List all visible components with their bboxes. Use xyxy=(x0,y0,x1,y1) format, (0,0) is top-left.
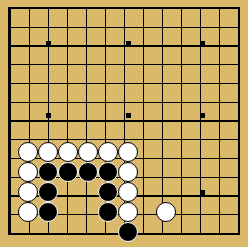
board-intersection[interactable] xyxy=(176,124,194,142)
board-intersection[interactable] xyxy=(212,17,230,35)
board-intersection[interactable] xyxy=(194,53,212,71)
board-intersection[interactable] xyxy=(38,88,58,106)
white-stone[interactable] xyxy=(18,142,38,162)
star-point xyxy=(46,113,51,118)
board-intersection[interactable] xyxy=(230,53,247,71)
board-intersection[interactable] xyxy=(176,106,194,124)
board-intersection[interactable] xyxy=(18,124,38,142)
board-intersection[interactable] xyxy=(138,162,156,182)
board-intersection[interactable] xyxy=(176,202,194,222)
board-intersection[interactable] xyxy=(18,142,38,162)
board-intersection[interactable] xyxy=(138,106,156,124)
board-intersection[interactable] xyxy=(194,17,212,35)
board-intersection[interactable] xyxy=(194,70,212,88)
board-intersection[interactable] xyxy=(118,202,138,222)
board-intersection[interactable] xyxy=(156,106,176,124)
board-intersection[interactable] xyxy=(18,106,38,124)
board-intersection[interactable] xyxy=(212,182,230,202)
board-intersection[interactable] xyxy=(78,142,98,162)
board-intersection[interactable] xyxy=(138,53,156,71)
white-stone[interactable] xyxy=(118,142,138,162)
board-intersection[interactable] xyxy=(78,35,98,53)
board-intersection[interactable] xyxy=(78,70,98,88)
board-intersection[interactable] xyxy=(118,142,138,162)
board-intersection[interactable] xyxy=(230,124,247,142)
board-intersection[interactable] xyxy=(18,162,38,182)
board-intersection[interactable] xyxy=(230,106,247,124)
black-stone[interactable] xyxy=(38,182,58,202)
board-intersection[interactable] xyxy=(1,53,19,71)
board-intersection[interactable] xyxy=(118,124,138,142)
board-intersection[interactable] xyxy=(98,124,118,142)
board-intersection[interactable] xyxy=(38,106,58,124)
board-intersection[interactable] xyxy=(18,35,38,53)
board-intersection[interactable] xyxy=(78,124,98,142)
board-intersection[interactable] xyxy=(212,124,230,142)
board-intersection[interactable] xyxy=(38,142,58,162)
board-intersection[interactable] xyxy=(176,162,194,182)
board-intersection[interactable] xyxy=(138,124,156,142)
go-board xyxy=(0,0,247,247)
board-intersection[interactable] xyxy=(212,202,230,222)
board-intersection[interactable] xyxy=(176,182,194,202)
board-intersection[interactable] xyxy=(1,0,19,17)
board-intersection[interactable] xyxy=(176,35,194,53)
board-intersection[interactable] xyxy=(38,53,58,71)
board-intersection[interactable] xyxy=(58,162,78,182)
black-stone[interactable] xyxy=(98,162,118,182)
white-stone[interactable] xyxy=(118,182,138,202)
white-stone[interactable] xyxy=(58,142,78,162)
board-intersection[interactable] xyxy=(58,222,78,242)
board-intersection[interactable] xyxy=(58,124,78,142)
board-intersection[interactable] xyxy=(138,202,156,222)
board-intersection[interactable] xyxy=(118,222,138,242)
board-intersection[interactable] xyxy=(194,0,212,17)
board-intersection[interactable] xyxy=(156,53,176,71)
board-intersection[interactable] xyxy=(138,222,156,242)
board-intersection[interactable] xyxy=(156,182,176,202)
board-intersection[interactable] xyxy=(1,162,19,182)
board-intersection[interactable] xyxy=(230,35,247,53)
board-intersection[interactable] xyxy=(38,182,58,202)
board-intersection[interactable] xyxy=(118,106,138,124)
star-point xyxy=(200,41,205,46)
board-intersection[interactable] xyxy=(230,0,247,17)
board-intersection[interactable] xyxy=(98,35,118,53)
board-intersection[interactable] xyxy=(230,222,247,242)
board-intersection[interactable] xyxy=(38,202,58,222)
board-intersection[interactable] xyxy=(1,222,19,242)
board-intersection[interactable] xyxy=(212,142,230,162)
board-intersection[interactable] xyxy=(118,70,138,88)
board-intersection[interactable] xyxy=(156,0,176,17)
board-intersection[interactable] xyxy=(156,124,176,142)
board-intersection[interactable] xyxy=(38,0,58,17)
board-intersection[interactable] xyxy=(1,142,19,162)
board-intersection[interactable] xyxy=(78,106,98,124)
black-stone[interactable] xyxy=(118,222,138,242)
white-stone[interactable] xyxy=(118,162,138,182)
board-intersection[interactable] xyxy=(58,106,78,124)
black-stone[interactable] xyxy=(98,182,118,202)
board-intersection[interactable] xyxy=(230,182,247,202)
white-stone[interactable] xyxy=(98,142,118,162)
board-intersection[interactable] xyxy=(212,106,230,124)
board-intersection[interactable] xyxy=(118,53,138,71)
board-intersection[interactable] xyxy=(194,124,212,142)
board-intersection[interactable] xyxy=(156,222,176,242)
board-intersection[interactable] xyxy=(58,70,78,88)
white-stone[interactable] xyxy=(156,202,176,222)
board-intersection[interactable] xyxy=(78,182,98,202)
board-intersection[interactable] xyxy=(78,0,98,17)
board-intersection[interactable] xyxy=(18,222,38,242)
board-intersection[interactable] xyxy=(1,124,19,142)
board-intersection[interactable] xyxy=(118,182,138,202)
board-intersection[interactable] xyxy=(212,70,230,88)
board-intersection[interactable] xyxy=(138,88,156,106)
board-intersection[interactable] xyxy=(194,222,212,242)
star-point xyxy=(200,190,205,195)
board-intersection[interactable] xyxy=(38,124,58,142)
board-intersection[interactable] xyxy=(58,53,78,71)
board-intersection[interactable] xyxy=(230,17,247,35)
board-intersection[interactable] xyxy=(194,182,212,202)
board-intersection[interactable] xyxy=(78,88,98,106)
board-intersection[interactable] xyxy=(1,35,19,53)
board-intersection[interactable] xyxy=(18,53,38,71)
board-intersection[interactable] xyxy=(212,222,230,242)
board-intersection[interactable] xyxy=(58,88,78,106)
board-intersection[interactable] xyxy=(230,88,247,106)
board-intersection[interactable] xyxy=(1,17,19,35)
board-intersection[interactable] xyxy=(38,222,58,242)
black-stone[interactable] xyxy=(58,162,78,182)
white-stone[interactable] xyxy=(18,162,38,182)
board-intersection[interactable] xyxy=(176,0,194,17)
board-intersection[interactable] xyxy=(118,88,138,106)
board-intersection[interactable] xyxy=(98,222,118,242)
board-intersection[interactable] xyxy=(78,162,98,182)
board-intersection[interactable] xyxy=(138,17,156,35)
board-intersection[interactable] xyxy=(138,35,156,53)
board-intersection[interactable] xyxy=(138,182,156,202)
board-intersection[interactable] xyxy=(156,88,176,106)
black-stone[interactable] xyxy=(78,162,98,182)
board-intersection[interactable] xyxy=(176,53,194,71)
board-intersection[interactable] xyxy=(156,17,176,35)
board-intersection[interactable] xyxy=(176,88,194,106)
board-intersection[interactable] xyxy=(156,35,176,53)
board-intersection[interactable] xyxy=(98,182,118,202)
board-intersection[interactable] xyxy=(98,202,118,222)
board-intersection[interactable] xyxy=(38,162,58,182)
board-intersection[interactable] xyxy=(78,222,98,242)
white-stone[interactable] xyxy=(118,202,138,222)
board-intersection[interactable] xyxy=(118,0,138,17)
board-intersection[interactable] xyxy=(156,162,176,182)
board-intersection[interactable] xyxy=(138,0,156,17)
board-intersection[interactable] xyxy=(230,202,247,222)
board-intersection[interactable] xyxy=(194,35,212,53)
board-intersection[interactable] xyxy=(212,0,230,17)
black-stone[interactable] xyxy=(38,202,58,222)
star-point xyxy=(126,113,131,118)
board-intersection[interactable] xyxy=(18,0,38,17)
board-intersection[interactable] xyxy=(58,17,78,35)
board-intersection[interactable] xyxy=(58,142,78,162)
star-point xyxy=(126,41,131,46)
board-intersection[interactable] xyxy=(78,17,98,35)
board-intersection[interactable] xyxy=(118,17,138,35)
board-intersection[interactable] xyxy=(230,70,247,88)
board-intersection[interactable] xyxy=(230,142,247,162)
board-intersection[interactable] xyxy=(98,0,118,17)
board-intersection[interactable] xyxy=(1,106,19,124)
board-intersection[interactable] xyxy=(194,162,212,182)
board-intersection[interactable] xyxy=(98,106,118,124)
board-intersection[interactable] xyxy=(212,35,230,53)
board-intersection[interactable] xyxy=(98,88,118,106)
board-intersection[interactable] xyxy=(18,202,38,222)
board-intersection[interactable] xyxy=(1,70,19,88)
board-intersection[interactable] xyxy=(38,17,58,35)
board-intersection[interactable] xyxy=(176,222,194,242)
board-intersection[interactable] xyxy=(58,202,78,222)
board-intersection[interactable] xyxy=(1,182,19,202)
board-intersection[interactable] xyxy=(78,53,98,71)
board-intersection[interactable] xyxy=(18,17,38,35)
board-intersection[interactable] xyxy=(176,70,194,88)
board-intersection[interactable] xyxy=(194,106,212,124)
black-stone[interactable] xyxy=(38,162,58,182)
board-intersection[interactable] xyxy=(18,70,38,88)
board-intersection[interactable] xyxy=(1,202,19,222)
board-intersection[interactable] xyxy=(156,142,176,162)
board-intersection[interactable] xyxy=(176,142,194,162)
board-intersection[interactable] xyxy=(18,88,38,106)
board-intersection[interactable] xyxy=(194,202,212,222)
board-intersection[interactable] xyxy=(118,162,138,182)
board-intersection[interactable] xyxy=(98,70,118,88)
board-intersection[interactable] xyxy=(138,70,156,88)
board-intersection[interactable] xyxy=(38,70,58,88)
white-stone[interactable] xyxy=(78,142,98,162)
board-intersection[interactable] xyxy=(58,0,78,17)
board-intersection[interactable] xyxy=(212,88,230,106)
white-stone[interactable] xyxy=(18,182,38,202)
board-intersection[interactable] xyxy=(212,53,230,71)
board-intersection[interactable] xyxy=(78,202,98,222)
board-intersection[interactable] xyxy=(38,35,58,53)
star-point xyxy=(200,113,205,118)
board-intersection[interactable] xyxy=(156,202,176,222)
board-intersection[interactable] xyxy=(138,142,156,162)
white-stone[interactable] xyxy=(38,142,58,162)
board-intersection[interactable] xyxy=(194,88,212,106)
board-intersection[interactable] xyxy=(156,70,176,88)
board-intersection[interactable] xyxy=(98,53,118,71)
board-intersection[interactable] xyxy=(58,182,78,202)
board-intersection[interactable] xyxy=(98,17,118,35)
board-intersection[interactable] xyxy=(212,162,230,182)
board-intersection[interactable] xyxy=(118,35,138,53)
board-intersections xyxy=(1,0,248,242)
board-intersection[interactable] xyxy=(18,182,38,202)
board-intersection[interactable] xyxy=(58,35,78,53)
board-intersection[interactable] xyxy=(194,142,212,162)
board-intersection[interactable] xyxy=(1,88,19,106)
board-intersection[interactable] xyxy=(230,162,247,182)
star-point xyxy=(46,41,51,46)
board-intersection[interactable] xyxy=(98,162,118,182)
board-intersection[interactable] xyxy=(98,142,118,162)
board-intersection[interactable] xyxy=(176,17,194,35)
black-stone[interactable] xyxy=(98,202,118,222)
white-stone[interactable] xyxy=(18,202,38,222)
